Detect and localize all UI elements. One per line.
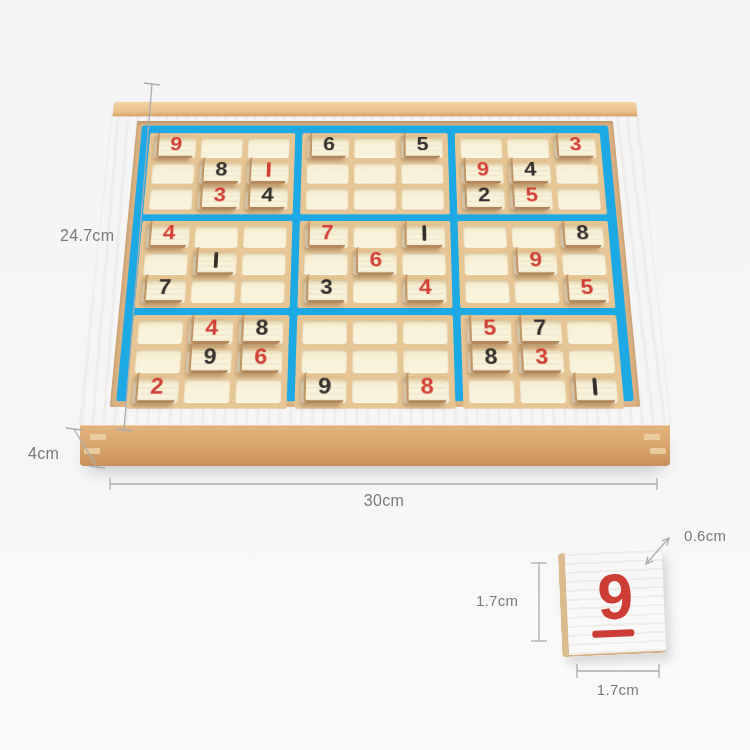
cell-r9c9	[571, 379, 618, 403]
number-tile-9: 9	[189, 343, 230, 373]
digit-one-bar	[592, 377, 597, 395]
cell-r5c8: 9	[513, 253, 558, 275]
cell-r3c2: 3	[197, 188, 241, 209]
board-block-4: 47	[135, 221, 293, 308]
cell-r5c3	[242, 253, 286, 275]
board-recess: 9834653942547763489548962985783	[110, 121, 641, 407]
cell-r4c3	[243, 226, 287, 248]
cell-r4c9: 8	[560, 226, 605, 248]
digit-one-bar	[422, 225, 426, 241]
cell-r5c7	[464, 253, 508, 275]
number-tile-8: 8	[406, 372, 446, 403]
number-tile-8: 8	[470, 343, 510, 373]
cell-r6c9: 5	[564, 280, 610, 303]
number-tile-4: 4	[511, 157, 549, 183]
board-block-3: 39425	[455, 133, 607, 214]
cell-r2c3	[246, 163, 289, 184]
cell-r9c1: 2	[132, 379, 179, 403]
cell-r3c7: 2	[462, 188, 505, 209]
number-tile-7: 7	[308, 220, 346, 248]
number-tile-3: 3	[200, 183, 238, 210]
number-tile-5: 5	[512, 183, 550, 210]
cell-r8c5	[352, 349, 397, 373]
cell-r4c2	[194, 226, 238, 248]
cell-r1c6: 5	[401, 138, 443, 158]
number-tile-2: 2	[135, 372, 177, 403]
number-tile-4: 4	[191, 314, 231, 344]
cell-r8c2: 9	[186, 349, 232, 373]
cell-r7c4	[302, 320, 347, 343]
dovetail-joint	[90, 434, 106, 440]
cell-r2c2: 8	[199, 163, 242, 184]
cell-r6c5	[353, 280, 397, 303]
number-tile-7: 7	[519, 314, 559, 344]
cell-r7c8: 7	[516, 320, 562, 343]
board-block-8: 98	[294, 315, 455, 409]
number-tile-1	[573, 372, 615, 403]
number-tile-5: 5	[404, 132, 440, 158]
board-slide-rail	[113, 102, 638, 116]
cell-r2c9	[555, 163, 598, 184]
cell-r3c1	[149, 188, 193, 209]
cell-r4c1: 4	[146, 226, 191, 248]
board-top-face: 9834653942547763489548962985783	[80, 102, 670, 425]
cell-r9c2	[184, 379, 231, 403]
board-front-face	[80, 425, 670, 466]
number-tile-6: 6	[240, 343, 280, 373]
cell-r9c7	[468, 379, 514, 403]
demo-tile: 9	[558, 549, 666, 657]
tile-thickness-label: 0.6cm	[684, 527, 726, 544]
cell-r5c1	[143, 253, 188, 275]
cell-r8c8: 3	[518, 349, 564, 373]
cell-r5c6	[402, 253, 446, 275]
cell-r4c8	[512, 226, 556, 248]
product-photo: 9834653942547763489548962985783	[0, 0, 750, 750]
board-block-9: 5783	[460, 315, 624, 409]
dovetail-joint	[84, 448, 100, 454]
cell-r4c7	[463, 226, 507, 248]
cell-r6c3	[240, 280, 285, 303]
cell-r6c4: 3	[303, 280, 347, 303]
number-tile-9: 9	[304, 372, 344, 403]
board-block-1: 9834	[143, 133, 295, 214]
number-tile-1	[195, 247, 234, 275]
cell-r2c8: 4	[508, 163, 551, 184]
cell-r8c6	[403, 349, 448, 373]
cell-r9c3	[235, 379, 281, 403]
tile-height-label: 1.7cm	[476, 592, 518, 609]
cell-r7c9	[567, 320, 613, 343]
cell-r3c9	[557, 188, 601, 209]
cell-r2c5	[354, 163, 396, 184]
cell-r2c4	[306, 163, 348, 184]
demo-tile-underline	[592, 629, 634, 638]
cell-r1c4: 6	[307, 138, 349, 158]
cell-r9c4: 9	[301, 379, 347, 403]
cell-r6c8	[514, 280, 559, 303]
cell-r7c7: 5	[466, 320, 511, 343]
cell-r1c8	[507, 138, 550, 158]
cell-r4c5	[353, 226, 396, 248]
cell-r2c7: 9	[461, 163, 504, 184]
cell-r1c1: 9	[153, 138, 196, 158]
cell-r6c1: 7	[141, 280, 187, 303]
number-tile-4: 4	[148, 220, 187, 248]
number-tile-9: 9	[515, 247, 554, 275]
dovetail-joint	[644, 434, 660, 440]
cell-r4c4: 7	[305, 226, 348, 248]
cell-r6c6: 4	[402, 280, 446, 303]
board-depth-label: 4cm	[28, 445, 59, 463]
cell-r3c4	[306, 188, 349, 209]
dovetail-joint	[650, 448, 666, 454]
cell-r1c9: 3	[554, 138, 597, 158]
number-tile-3: 3	[521, 343, 562, 373]
cell-r3c5	[354, 188, 396, 209]
board-block-6: 895	[457, 221, 615, 308]
cell-r1c7	[460, 138, 502, 158]
sudoku-board: 9834653942547763489548962985783	[80, 45, 670, 466]
cell-r1c5	[354, 138, 396, 158]
cell-r1c3	[247, 138, 289, 158]
number-tile-3: 3	[556, 132, 594, 158]
number-tile-9: 9	[464, 157, 501, 183]
board-height-label: 24.7cm	[60, 227, 114, 245]
cell-r3c3: 4	[245, 188, 288, 209]
cell-r3c8: 5	[510, 188, 554, 209]
number-tile-8: 8	[562, 220, 601, 248]
number-tile-5: 5	[566, 274, 606, 303]
digit-one-bar	[214, 251, 219, 267]
cell-r5c4	[304, 253, 348, 275]
cell-r7c6	[403, 320, 448, 343]
number-tile-8: 8	[241, 314, 281, 344]
number-tile-3: 3	[306, 274, 345, 303]
number-tile-4: 4	[405, 274, 444, 303]
cell-r8c3: 6	[237, 349, 283, 373]
digit-one-bar	[267, 162, 271, 177]
cell-r5c2	[192, 253, 237, 275]
number-tile-2: 2	[464, 183, 502, 210]
cell-r8c1	[135, 349, 182, 373]
cell-r1c2	[200, 138, 243, 158]
demo-tile-digit: 9	[596, 566, 634, 628]
cell-r7c5	[353, 320, 398, 343]
number-tile-6: 6	[356, 247, 394, 275]
sudoku-board-grid: 9834653942547763489548962985783	[116, 126, 634, 402]
cell-r7c1	[137, 320, 183, 343]
cell-r6c2	[190, 280, 235, 303]
cell-r8c7: 8	[467, 349, 513, 373]
cell-r7c3: 8	[238, 320, 283, 343]
number-tile-5: 5	[469, 314, 509, 344]
board-block-2: 65	[300, 133, 450, 214]
cell-r2c1	[151, 163, 194, 184]
number-tile-7: 7	[144, 274, 184, 303]
cell-r3c6	[402, 188, 445, 209]
number-tile-4: 4	[248, 183, 286, 210]
number-tile-1	[405, 220, 443, 248]
number-tile-8: 8	[201, 157, 239, 183]
board-block-7: 48962	[125, 315, 289, 409]
cell-r5c5: 6	[353, 253, 397, 275]
number-tile-1	[249, 157, 286, 183]
number-tile-9: 9	[156, 132, 194, 158]
cell-r4c6	[402, 226, 445, 248]
number-tile-6: 6	[310, 132, 346, 158]
cell-r8c9	[569, 349, 616, 373]
cell-r2c6	[401, 163, 443, 184]
cell-r6c7	[465, 280, 510, 303]
board-block-5: 7634	[297, 221, 452, 308]
cell-r9c5	[352, 379, 398, 403]
cell-r9c8	[520, 379, 567, 403]
tile-width-label: 1.7cm	[573, 681, 663, 698]
cell-r9c6: 8	[404, 379, 450, 403]
cell-r7c2: 4	[188, 320, 234, 343]
board-width-label: 30cm	[329, 492, 439, 510]
cell-r5c9	[562, 253, 607, 275]
cell-r8c4	[301, 349, 346, 373]
